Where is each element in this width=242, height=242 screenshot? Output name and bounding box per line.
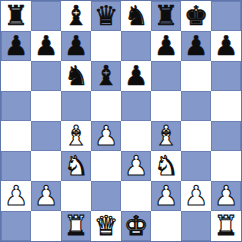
square-d5[interactable] [91, 91, 121, 121]
square-b1[interactable] [31, 211, 61, 241]
square-f6[interactable] [151, 61, 181, 91]
square-c5[interactable] [61, 91, 91, 121]
piece-white-rook[interactable]: ♜ [214, 212, 238, 239]
piece-white-king[interactable]: ♚ [124, 212, 148, 239]
square-a6[interactable] [1, 61, 31, 91]
square-d8[interactable]: ♛ [91, 1, 121, 31]
chess-board: ♜♝♛♞♜♚♟♟♟♟♟♟♞♝♟♝♟♝♞♟♞♟♟♟♟♟♜♛♚♜ [0, 0, 242, 242]
square-e3[interactable]: ♟ [121, 151, 151, 181]
square-h6[interactable] [211, 61, 241, 91]
square-c8[interactable]: ♝ [61, 1, 91, 31]
square-d4[interactable]: ♟ [91, 121, 121, 151]
piece-white-pawn[interactable]: ♟ [124, 152, 148, 179]
square-a3[interactable] [1, 151, 31, 181]
square-d7[interactable] [91, 31, 121, 61]
piece-black-pawn[interactable]: ♟ [34, 32, 58, 59]
square-b4[interactable] [31, 121, 61, 151]
piece-white-pawn[interactable]: ♟ [184, 182, 208, 209]
piece-white-pawn[interactable]: ♟ [4, 182, 28, 209]
square-a7[interactable]: ♟ [1, 31, 31, 61]
square-f1[interactable] [151, 211, 181, 241]
piece-black-rook[interactable]: ♜ [154, 2, 178, 29]
piece-black-pawn[interactable]: ♟ [64, 32, 88, 59]
square-d2[interactable] [91, 181, 121, 211]
square-f3[interactable]: ♞ [151, 151, 181, 181]
square-a2[interactable]: ♟ [1, 181, 31, 211]
square-b7[interactable]: ♟ [31, 31, 61, 61]
piece-black-pawn[interactable]: ♟ [214, 32, 238, 59]
square-h7[interactable]: ♟ [211, 31, 241, 61]
piece-black-bishop[interactable]: ♝ [94, 62, 118, 89]
piece-black-bishop[interactable]: ♝ [64, 2, 88, 29]
piece-white-pawn[interactable]: ♟ [94, 122, 118, 149]
square-h5[interactable] [211, 91, 241, 121]
piece-black-pawn[interactable]: ♟ [124, 62, 148, 89]
square-g5[interactable] [181, 91, 211, 121]
piece-black-pawn[interactable]: ♟ [154, 32, 178, 59]
piece-white-queen[interactable]: ♛ [94, 212, 118, 239]
piece-black-knight[interactable]: ♞ [64, 62, 88, 89]
piece-black-pawn[interactable]: ♟ [184, 32, 208, 59]
piece-white-pawn[interactable]: ♟ [34, 182, 58, 209]
square-b5[interactable] [31, 91, 61, 121]
square-c1[interactable]: ♜ [61, 211, 91, 241]
square-g7[interactable]: ♟ [181, 31, 211, 61]
piece-white-knight[interactable]: ♞ [64, 152, 88, 179]
square-g6[interactable] [181, 61, 211, 91]
square-b8[interactable] [31, 1, 61, 31]
square-g4[interactable] [181, 121, 211, 151]
square-h4[interactable] [211, 121, 241, 151]
square-f8[interactable]: ♜ [151, 1, 181, 31]
square-e4[interactable] [121, 121, 151, 151]
square-h8[interactable] [211, 1, 241, 31]
square-a8[interactable]: ♜ [1, 1, 31, 31]
square-a1[interactable] [1, 211, 31, 241]
square-e2[interactable] [121, 181, 151, 211]
square-g2[interactable]: ♟ [181, 181, 211, 211]
square-e8[interactable]: ♞ [121, 1, 151, 31]
piece-white-bishop[interactable]: ♝ [64, 122, 88, 149]
square-b2[interactable]: ♟ [31, 181, 61, 211]
square-a4[interactable] [1, 121, 31, 151]
square-g1[interactable] [181, 211, 211, 241]
square-f5[interactable] [151, 91, 181, 121]
square-d6[interactable]: ♝ [91, 61, 121, 91]
piece-black-king[interactable]: ♚ [184, 2, 208, 29]
square-g8[interactable]: ♚ [181, 1, 211, 31]
square-f2[interactable]: ♟ [151, 181, 181, 211]
square-c6[interactable]: ♞ [61, 61, 91, 91]
piece-white-knight[interactable]: ♞ [154, 152, 178, 179]
piece-white-pawn[interactable]: ♟ [214, 182, 238, 209]
square-d3[interactable] [91, 151, 121, 181]
piece-black-queen[interactable]: ♛ [94, 2, 118, 29]
square-d1[interactable]: ♛ [91, 211, 121, 241]
square-e7[interactable] [121, 31, 151, 61]
square-c7[interactable]: ♟ [61, 31, 91, 61]
piece-black-pawn[interactable]: ♟ [4, 32, 28, 59]
square-e6[interactable]: ♟ [121, 61, 151, 91]
square-b3[interactable] [31, 151, 61, 181]
square-g3[interactable] [181, 151, 211, 181]
piece-white-pawn[interactable]: ♟ [154, 182, 178, 209]
square-c2[interactable] [61, 181, 91, 211]
square-f4[interactable]: ♝ [151, 121, 181, 151]
square-h1[interactable]: ♜ [211, 211, 241, 241]
square-a5[interactable] [1, 91, 31, 121]
piece-black-rook[interactable]: ♜ [4, 2, 28, 29]
square-e5[interactable] [121, 91, 151, 121]
piece-white-bishop[interactable]: ♝ [154, 122, 178, 149]
square-h3[interactable] [211, 151, 241, 181]
square-c3[interactable]: ♞ [61, 151, 91, 181]
square-e1[interactable]: ♚ [121, 211, 151, 241]
square-c4[interactable]: ♝ [61, 121, 91, 151]
square-b6[interactable] [31, 61, 61, 91]
piece-black-knight[interactable]: ♞ [124, 2, 148, 29]
square-h2[interactable]: ♟ [211, 181, 241, 211]
piece-white-rook[interactable]: ♜ [64, 212, 88, 239]
square-f7[interactable]: ♟ [151, 31, 181, 61]
